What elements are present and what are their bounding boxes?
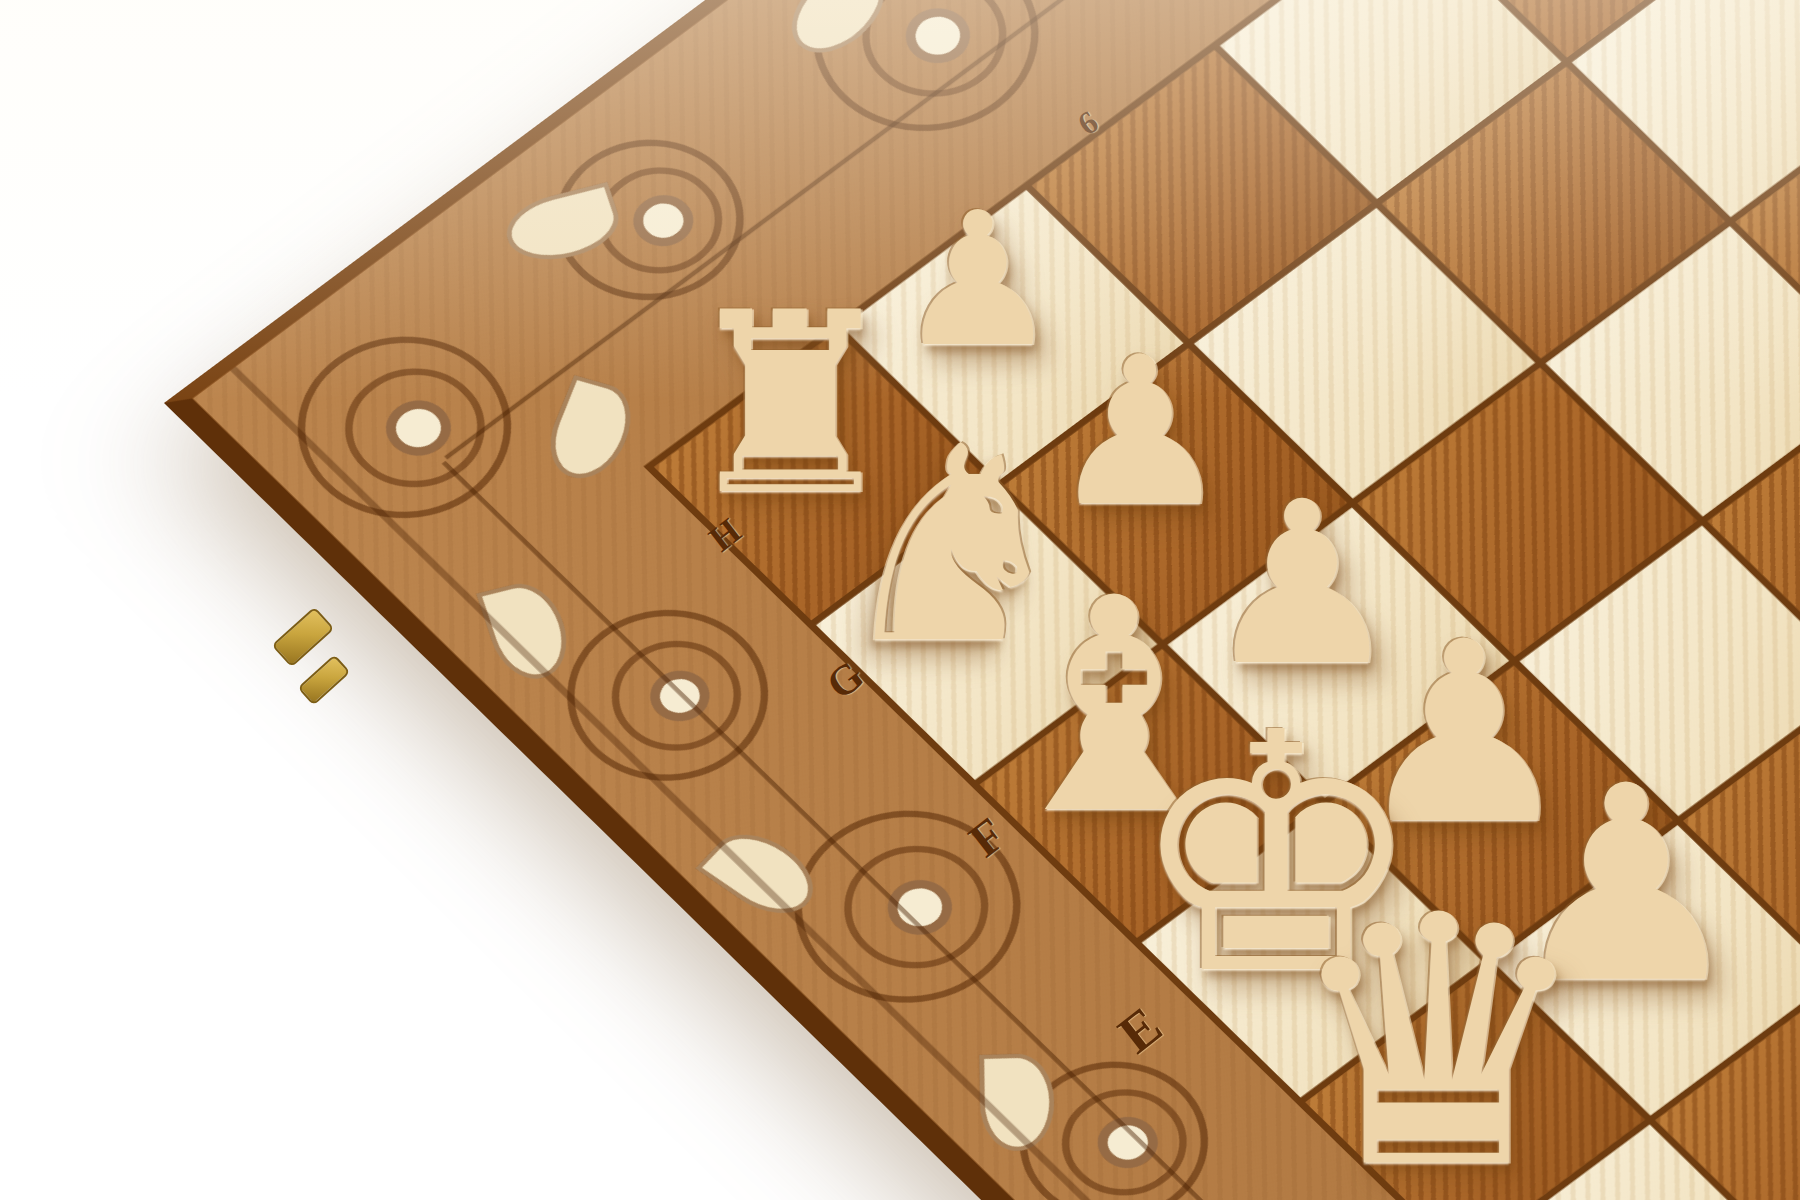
ornament-leaf-inlay xyxy=(476,576,579,687)
piece-d8-queen: ♛ xyxy=(1283,871,1592,1200)
latch-keeper-icon xyxy=(297,654,350,705)
latch-icon xyxy=(271,606,334,667)
ornament-leaf-inlay xyxy=(537,375,645,487)
piece-h7-pawn: ♟ xyxy=(895,188,1061,373)
